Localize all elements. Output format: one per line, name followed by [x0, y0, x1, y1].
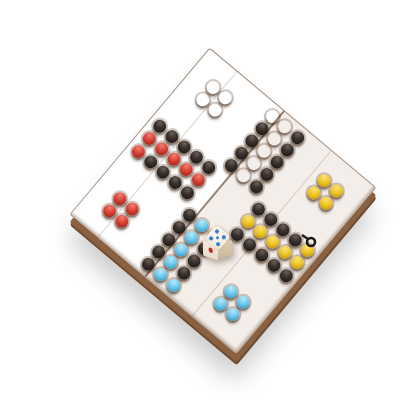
ludo-board: [69, 47, 376, 354]
die-pip: [208, 247, 213, 253]
peg-grid: [75, 53, 371, 349]
die-pip: [215, 235, 220, 240]
die-pip: [209, 236, 214, 241]
clasp-hook-icon[interactable]: [299, 230, 321, 252]
die[interactable]: [202, 227, 236, 263]
die-pip: [216, 241, 221, 246]
die-pip: [221, 234, 226, 239]
product-photo-scene: [0, 0, 400, 400]
die-pip: [214, 229, 219, 234]
